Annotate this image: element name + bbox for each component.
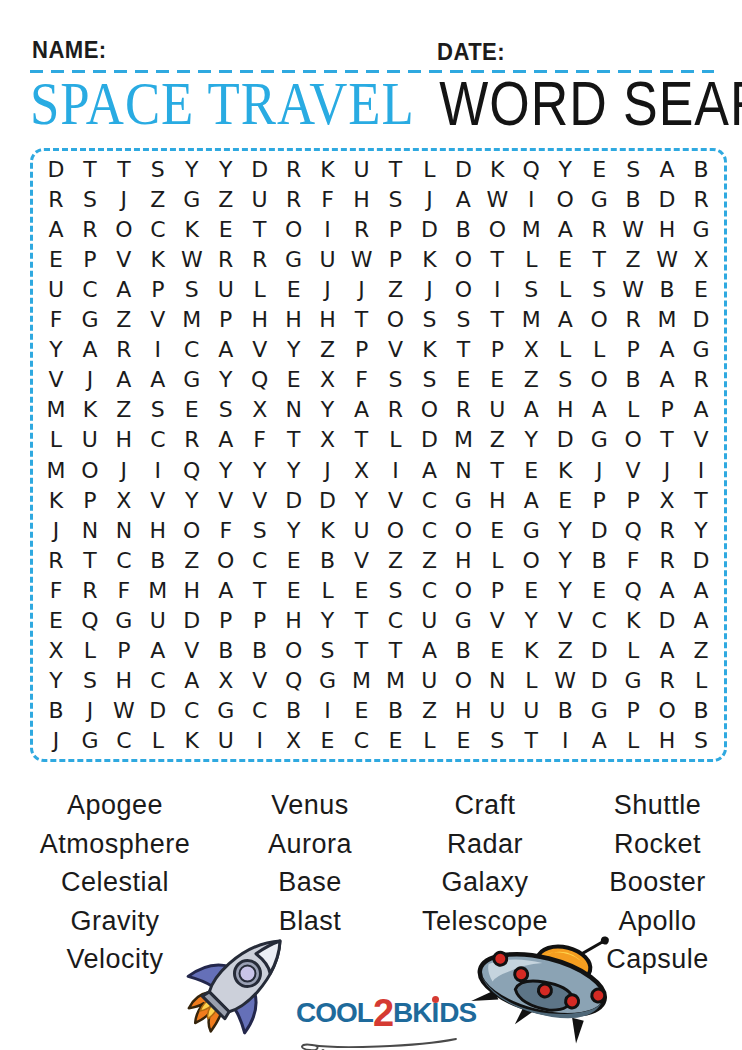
grid-cell[interactable]: U xyxy=(345,515,379,545)
grid-cell[interactable]: A xyxy=(650,575,684,605)
grid-cell[interactable]: E xyxy=(480,365,514,395)
grid-cell[interactable]: R xyxy=(243,244,277,274)
grid-cell[interactable]: O xyxy=(175,515,209,545)
grid-cell[interactable]: U xyxy=(209,726,243,756)
grid-cell[interactable]: P xyxy=(379,244,413,274)
grid-cell[interactable]: Y xyxy=(514,606,548,636)
grid-cell[interactable]: W xyxy=(650,244,684,274)
grid-cell[interactable]: G xyxy=(311,666,345,696)
grid-cell[interactable]: E xyxy=(277,365,311,395)
grid-cell[interactable]: A xyxy=(650,335,684,365)
grid-cell[interactable]: Y xyxy=(39,666,73,696)
grid-cell[interactable]: O xyxy=(548,184,582,214)
grid-cell[interactable]: Y xyxy=(175,485,209,515)
grid-cell[interactable]: V xyxy=(379,335,413,365)
grid-cell[interactable]: K xyxy=(480,154,514,184)
grid-cell[interactable]: K xyxy=(412,335,446,365)
grid-cell[interactable]: P xyxy=(582,485,616,515)
grid-cell[interactable]: T xyxy=(73,154,107,184)
word-item[interactable]: Base xyxy=(235,863,385,902)
grid-cell[interactable]: T xyxy=(684,485,718,515)
grid-cell[interactable]: C xyxy=(107,726,141,756)
grid-cell[interactable]: X xyxy=(39,636,73,666)
grid-cell[interactable]: N xyxy=(480,666,514,696)
grid-cell[interactable]: S xyxy=(412,365,446,395)
grid-cell[interactable]: A xyxy=(650,365,684,395)
grid-cell[interactable]: V xyxy=(345,545,379,575)
grid-cell[interactable]: G xyxy=(73,305,107,335)
grid-cell[interactable]: M xyxy=(175,305,209,335)
grid-cell[interactable]: Y xyxy=(39,335,73,365)
grid-cell[interactable]: A xyxy=(209,425,243,455)
grid-cell[interactable]: T xyxy=(73,545,107,575)
grid-cell[interactable]: Q xyxy=(73,606,107,636)
grid-cell[interactable]: S xyxy=(73,184,107,214)
grid-cell[interactable]: J xyxy=(311,274,345,304)
grid-cell[interactable]: Y xyxy=(277,455,311,485)
grid-cell[interactable]: L xyxy=(412,154,446,184)
grid-cell[interactable]: E xyxy=(345,696,379,726)
grid-cell[interactable]: L xyxy=(379,425,413,455)
grid-cell[interactable]: P xyxy=(480,575,514,605)
grid-cell[interactable]: G xyxy=(209,696,243,726)
grid-cell[interactable]: Q xyxy=(175,455,209,485)
word-item[interactable]: Booster xyxy=(575,863,740,902)
grid-cell[interactable]: B xyxy=(277,696,311,726)
grid-cell[interactable]: R xyxy=(175,425,209,455)
grid-cell[interactable]: Y xyxy=(209,154,243,184)
grid-cell[interactable]: S xyxy=(379,365,413,395)
grid-cell[interactable]: Z xyxy=(107,305,141,335)
grid-cell[interactable]: R xyxy=(582,214,616,244)
word-item[interactable]: Aurora xyxy=(235,825,385,864)
grid-cell[interactable]: U xyxy=(73,425,107,455)
grid-cell[interactable]: V xyxy=(141,485,175,515)
grid-cell[interactable]: D xyxy=(277,485,311,515)
grid-cell[interactable]: P xyxy=(243,606,277,636)
grid-cell[interactable]: S xyxy=(684,726,718,756)
grid-cell[interactable]: Z xyxy=(175,545,209,575)
grid-cell[interactable]: X xyxy=(311,425,345,455)
grid-cell[interactable]: Z xyxy=(379,274,413,304)
grid-cell[interactable]: S xyxy=(175,274,209,304)
grid-cell[interactable]: O xyxy=(73,455,107,485)
grid-cell[interactable]: B xyxy=(141,545,175,575)
grid-cell[interactable]: X xyxy=(650,485,684,515)
grid-cell[interactable]: V xyxy=(39,365,73,395)
grid-cell[interactable]: P xyxy=(616,335,650,365)
grid-cell[interactable]: E xyxy=(345,575,379,605)
grid-cell[interactable]: L xyxy=(514,244,548,274)
grid-cell[interactable]: U xyxy=(141,606,175,636)
grid-cell[interactable]: O xyxy=(446,244,480,274)
grid-cell[interactable]: B xyxy=(243,636,277,666)
grid-cell[interactable]: F xyxy=(616,545,650,575)
grid-cell[interactable]: L xyxy=(616,636,650,666)
grid-cell[interactable]: Y xyxy=(243,455,277,485)
grid-cell[interactable]: I xyxy=(311,696,345,726)
grid-cell[interactable]: K xyxy=(514,636,548,666)
grid-cell[interactable]: Y xyxy=(175,154,209,184)
grid-cell[interactable]: H xyxy=(175,575,209,605)
grid-cell[interactable]: R xyxy=(650,545,684,575)
grid-cell[interactable]: O xyxy=(446,575,480,605)
grid-cell[interactable]: L xyxy=(39,425,73,455)
grid-cell[interactable]: V xyxy=(480,606,514,636)
grid-cell[interactable]: A xyxy=(141,636,175,666)
grid-cell[interactable]: T xyxy=(243,575,277,605)
grid-cell[interactable]: J xyxy=(73,696,107,726)
grid-cell[interactable]: D xyxy=(412,425,446,455)
grid-cell[interactable]: A xyxy=(582,726,616,756)
grid-cell[interactable]: Y xyxy=(548,545,582,575)
grid-cell[interactable]: D xyxy=(243,154,277,184)
grid-cell[interactable]: V xyxy=(209,485,243,515)
grid-cell[interactable]: O xyxy=(446,666,480,696)
grid-cell[interactable]: K xyxy=(311,515,345,545)
grid-cell[interactable]: O xyxy=(379,515,413,545)
grid-cell[interactable]: J xyxy=(345,274,379,304)
grid-cell[interactable]: E xyxy=(379,726,413,756)
grid-cell[interactable]: W xyxy=(616,274,650,304)
grid-cell[interactable]: T xyxy=(345,425,379,455)
word-item[interactable]: Venus xyxy=(235,786,385,825)
grid-cell[interactable]: P xyxy=(379,214,413,244)
grid-cell[interactable]: O xyxy=(514,545,548,575)
grid-cell[interactable]: K xyxy=(73,395,107,425)
grid-cell[interactable]: O xyxy=(446,274,480,304)
grid-cell[interactable]: V xyxy=(548,606,582,636)
grid-cell[interactable]: A xyxy=(345,395,379,425)
grid-cell[interactable]: X xyxy=(514,335,548,365)
grid-cell[interactable]: H xyxy=(311,305,345,335)
grid-cell[interactable]: M xyxy=(39,395,73,425)
grid-cell[interactable]: T xyxy=(379,636,413,666)
grid-cell[interactable]: B xyxy=(311,545,345,575)
grid-cell[interactable]: K xyxy=(548,455,582,485)
grid-cell[interactable]: F xyxy=(345,365,379,395)
grid-cell[interactable]: E xyxy=(209,214,243,244)
grid-cell[interactable]: T xyxy=(107,154,141,184)
grid-cell[interactable]: A xyxy=(684,606,718,636)
grid-cell[interactable]: M xyxy=(514,214,548,244)
grid-cell[interactable]: B xyxy=(548,696,582,726)
grid-cell[interactable]: G xyxy=(73,726,107,756)
grid-cell[interactable]: B xyxy=(616,184,650,214)
grid-cell[interactable]: P xyxy=(209,305,243,335)
grid-cell[interactable]: G xyxy=(514,515,548,545)
grid-cell[interactable]: G xyxy=(446,606,480,636)
grid-cell[interactable]: N xyxy=(446,455,480,485)
grid-cell[interactable]: A xyxy=(107,365,141,395)
word-item[interactable]: Rocket xyxy=(575,825,740,864)
grid-cell[interactable]: M xyxy=(379,666,413,696)
grid-cell[interactable]: L xyxy=(514,666,548,696)
grid-cell[interactable]: R xyxy=(650,666,684,696)
grid-cell[interactable]: C xyxy=(175,696,209,726)
grid-cell[interactable]: C xyxy=(141,666,175,696)
grid-cell[interactable]: X xyxy=(107,485,141,515)
grid-cell[interactable]: Z xyxy=(616,244,650,274)
grid-cell[interactable]: O xyxy=(277,636,311,666)
grid-cell[interactable]: E xyxy=(175,395,209,425)
grid-cell[interactable]: A xyxy=(209,335,243,365)
grid-cell[interactable]: P xyxy=(480,335,514,365)
grid-cell[interactable]: E xyxy=(277,575,311,605)
grid-cell[interactable]: U xyxy=(345,154,379,184)
grid-cell[interactable]: U xyxy=(39,274,73,304)
grid-cell[interactable]: D xyxy=(684,305,718,335)
grid-cell[interactable]: G xyxy=(684,335,718,365)
grid-cell[interactable]: W xyxy=(107,696,141,726)
grid-cell[interactable]: I xyxy=(311,214,345,244)
grid-cell[interactable]: E xyxy=(39,244,73,274)
grid-cell[interactable]: E xyxy=(548,485,582,515)
grid-cell[interactable]: Y xyxy=(548,515,582,545)
grid-cell[interactable]: O xyxy=(107,214,141,244)
grid-cell[interactable]: B xyxy=(684,154,718,184)
grid-cell[interactable]: U xyxy=(209,274,243,304)
grid-cell[interactable]: Y xyxy=(514,425,548,455)
grid-cell[interactable]: O xyxy=(412,395,446,425)
grid-cell[interactable]: V xyxy=(141,305,175,335)
grid-cell[interactable]: A xyxy=(684,395,718,425)
grid-cell[interactable]: Y xyxy=(548,575,582,605)
grid-cell[interactable]: P xyxy=(107,636,141,666)
grid-cell[interactable]: B xyxy=(616,365,650,395)
grid-cell[interactable]: D xyxy=(39,154,73,184)
grid-cell[interactable]: Y xyxy=(684,515,718,545)
grid-cell[interactable]: S xyxy=(379,575,413,605)
grid-cell[interactable]: Q xyxy=(243,365,277,395)
grid-cell[interactable]: O xyxy=(616,425,650,455)
grid-cell[interactable]: Z xyxy=(684,636,718,666)
grid-cell[interactable]: H xyxy=(548,395,582,425)
grid-cell[interactable]: I xyxy=(141,335,175,365)
grid-cell[interactable]: C xyxy=(243,696,277,726)
grid-cell[interactable]: G xyxy=(582,184,616,214)
grid-cell[interactable]: D xyxy=(311,485,345,515)
grid-cell[interactable]: S xyxy=(446,305,480,335)
grid-cell[interactable]: G xyxy=(277,244,311,274)
grid-cell[interactable]: H xyxy=(446,696,480,726)
grid-cell[interactable]: I xyxy=(548,726,582,756)
grid-cell[interactable]: U xyxy=(480,696,514,726)
grid-cell[interactable]: E xyxy=(684,274,718,304)
grid-cell[interactable]: M xyxy=(39,455,73,485)
grid-cell[interactable]: C xyxy=(73,274,107,304)
grid-cell[interactable]: H xyxy=(277,305,311,335)
grid-cell[interactable]: V xyxy=(175,636,209,666)
grid-cell[interactable]: H xyxy=(107,425,141,455)
grid-cell[interactable]: O xyxy=(446,515,480,545)
grid-cell[interactable]: A xyxy=(412,636,446,666)
grid-cell[interactable]: T xyxy=(345,636,379,666)
grid-cell[interactable]: L xyxy=(480,545,514,575)
grid-cell[interactable]: Z xyxy=(548,636,582,666)
grid-cell[interactable]: O xyxy=(650,696,684,726)
grid-cell[interactable]: H xyxy=(243,305,277,335)
grid-cell[interactable]: E xyxy=(277,274,311,304)
grid-cell[interactable]: R xyxy=(684,365,718,395)
grid-cell[interactable]: S xyxy=(141,154,175,184)
grid-cell[interactable]: I xyxy=(514,184,548,214)
grid-cell[interactable]: D xyxy=(582,666,616,696)
grid-cell[interactable]: H xyxy=(345,184,379,214)
grid-cell[interactable]: I xyxy=(480,274,514,304)
grid-cell[interactable]: V xyxy=(107,244,141,274)
grid-cell[interactable]: B xyxy=(446,636,480,666)
grid-cell[interactable]: R xyxy=(650,515,684,545)
grid-cell[interactable]: E xyxy=(311,726,345,756)
grid-cell[interactable]: H xyxy=(107,666,141,696)
grid-cell[interactable]: A xyxy=(548,214,582,244)
grid-cell[interactable]: M xyxy=(650,305,684,335)
grid-cell[interactable]: C xyxy=(582,606,616,636)
grid-cell[interactable]: A xyxy=(209,575,243,605)
word-item[interactable]: Radar xyxy=(395,825,575,864)
grid-cell[interactable]: B xyxy=(39,696,73,726)
grid-cell[interactable]: C xyxy=(379,606,413,636)
grid-cell[interactable]: D xyxy=(650,184,684,214)
grid-cell[interactable]: G xyxy=(616,666,650,696)
grid-cell[interactable]: A xyxy=(514,485,548,515)
grid-cell[interactable]: G xyxy=(175,365,209,395)
grid-cell[interactable]: A xyxy=(175,666,209,696)
grid-cell[interactable]: X xyxy=(684,244,718,274)
grid-cell[interactable]: S xyxy=(209,395,243,425)
grid-cell[interactable]: M xyxy=(514,305,548,335)
grid-cell[interactable]: T xyxy=(277,425,311,455)
grid-cell[interactable]: D xyxy=(582,515,616,545)
grid-cell[interactable]: Q xyxy=(277,666,311,696)
grid-cell[interactable]: H xyxy=(650,726,684,756)
grid-cell[interactable]: O xyxy=(277,214,311,244)
grid-cell[interactable]: Z xyxy=(141,184,175,214)
grid-cell[interactable]: G xyxy=(582,425,616,455)
grid-cell[interactable]: C xyxy=(107,545,141,575)
grid-cell[interactable]: J xyxy=(107,184,141,214)
grid-cell[interactable]: V xyxy=(379,485,413,515)
grid-cell[interactable]: X xyxy=(277,726,311,756)
grid-cell[interactable]: V xyxy=(616,455,650,485)
grid-cell[interactable]: R xyxy=(277,184,311,214)
grid-cell[interactable]: B xyxy=(446,214,480,244)
grid-cell[interactable]: L xyxy=(684,666,718,696)
grid-cell[interactable]: K xyxy=(311,154,345,184)
grid-cell[interactable]: T xyxy=(650,425,684,455)
grid-cell[interactable]: L xyxy=(243,274,277,304)
grid-cell[interactable]: Z xyxy=(480,425,514,455)
grid-cell[interactable]: S xyxy=(548,365,582,395)
word-item[interactable]: Shuttle xyxy=(575,786,740,825)
grid-cell[interactable]: U xyxy=(514,696,548,726)
grid-cell[interactable]: D xyxy=(548,425,582,455)
grid-cell[interactable]: L xyxy=(311,575,345,605)
grid-cell[interactable]: J xyxy=(412,274,446,304)
grid-cell[interactable]: N xyxy=(277,395,311,425)
grid-cell[interactable]: G xyxy=(107,606,141,636)
grid-cell[interactable]: L xyxy=(582,335,616,365)
grid-cell[interactable]: E xyxy=(514,455,548,485)
grid-cell[interactable]: E xyxy=(480,515,514,545)
grid-cell[interactable]: R xyxy=(379,395,413,425)
grid-cell[interactable]: P xyxy=(616,485,650,515)
grid-cell[interactable]: G xyxy=(446,485,480,515)
grid-cell[interactable]: L xyxy=(548,274,582,304)
grid-cell[interactable]: Z xyxy=(412,545,446,575)
grid-cell[interactable]: L xyxy=(616,726,650,756)
grid-cell[interactable]: X xyxy=(243,395,277,425)
grid-cell[interactable]: S xyxy=(412,305,446,335)
grid-cell[interactable]: Z xyxy=(209,184,243,214)
grid-cell[interactable]: R xyxy=(73,575,107,605)
grid-cell[interactable]: D xyxy=(412,214,446,244)
grid-cell[interactable]: H xyxy=(141,515,175,545)
grid-cell[interactable]: S xyxy=(73,666,107,696)
grid-cell[interactable]: T xyxy=(480,244,514,274)
grid-cell[interactable]: T xyxy=(446,335,480,365)
grid-cell[interactable]: J xyxy=(39,515,73,545)
grid-cell[interactable]: J xyxy=(39,726,73,756)
grid-cell[interactable]: W xyxy=(480,184,514,214)
grid-cell[interactable]: Y xyxy=(548,154,582,184)
grid-cell[interactable]: A xyxy=(73,335,107,365)
grid-cell[interactable]: D xyxy=(446,154,480,184)
grid-cell[interactable]: P xyxy=(73,244,107,274)
grid-cell[interactable]: C xyxy=(412,575,446,605)
grid-cell[interactable]: Z xyxy=(412,696,446,726)
grid-cell[interactable]: E xyxy=(582,575,616,605)
grid-cell[interactable]: Q xyxy=(616,575,650,605)
grid-cell[interactable]: L xyxy=(548,335,582,365)
grid-cell[interactable]: Z xyxy=(311,335,345,365)
grid-cell[interactable]: M xyxy=(141,575,175,605)
grid-cell[interactable]: C xyxy=(175,335,209,365)
grid-cell[interactable]: D xyxy=(141,696,175,726)
grid-cell[interactable]: R xyxy=(107,335,141,365)
grid-cell[interactable]: K xyxy=(141,244,175,274)
grid-cell[interactable]: B xyxy=(650,274,684,304)
grid-cell[interactable]: T xyxy=(480,305,514,335)
grid-cell[interactable]: E xyxy=(39,606,73,636)
grid-cell[interactable]: H xyxy=(650,214,684,244)
grid-cell[interactable]: V xyxy=(243,335,277,365)
grid-cell[interactable]: C xyxy=(141,425,175,455)
grid-cell[interactable]: F xyxy=(243,425,277,455)
grid-cell[interactable]: P xyxy=(345,335,379,365)
grid-cell[interactable]: T xyxy=(582,244,616,274)
grid-cell[interactable]: E xyxy=(446,365,480,395)
grid-cell[interactable]: X xyxy=(209,666,243,696)
grid-cell[interactable]: G xyxy=(582,696,616,726)
grid-cell[interactable]: X xyxy=(345,455,379,485)
grid-cell[interactable]: U xyxy=(412,606,446,636)
grid-cell[interactable]: E xyxy=(582,154,616,184)
grid-cell[interactable]: O xyxy=(582,305,616,335)
word-item[interactable]: Craft xyxy=(395,786,575,825)
grid-cell[interactable]: E xyxy=(514,575,548,605)
grid-cell[interactable]: P xyxy=(73,485,107,515)
grid-cell[interactable]: V xyxy=(243,485,277,515)
grid-cell[interactable]: Y xyxy=(345,485,379,515)
grid-cell[interactable]: J xyxy=(582,455,616,485)
grid-cell[interactable]: A xyxy=(107,274,141,304)
grid-cell[interactable]: Y xyxy=(277,515,311,545)
grid-cell[interactable]: W xyxy=(548,666,582,696)
grid-cell[interactable]: G xyxy=(175,184,209,214)
grid-cell[interactable]: R xyxy=(277,154,311,184)
